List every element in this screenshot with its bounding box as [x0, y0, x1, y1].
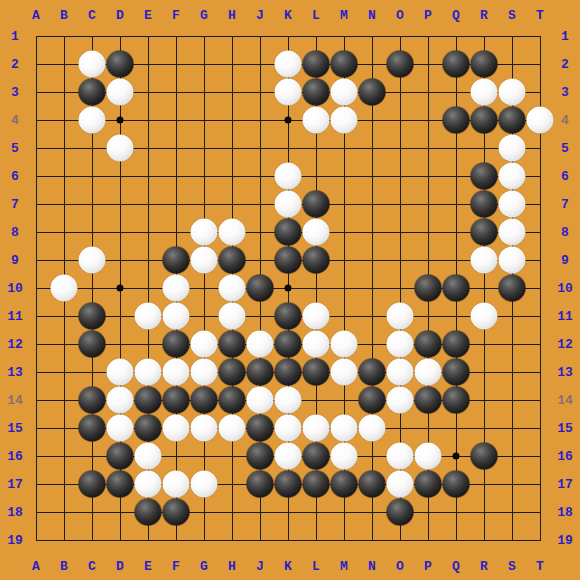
col-label-top-F: F — [172, 9, 180, 22]
stone-white-J14 — [247, 387, 274, 414]
stone-white-M16 — [331, 443, 358, 470]
stone-black-H9 — [219, 247, 246, 274]
stone-black-P10 — [415, 275, 442, 302]
col-label-top-Q: Q — [452, 9, 460, 22]
row-label-right-16: 16 — [557, 450, 573, 463]
stone-black-H13 — [219, 359, 246, 386]
col-label-bottom-D: D — [116, 560, 124, 573]
row-label-left-6: 6 — [11, 170, 19, 183]
row-label-left-14: 14 — [7, 394, 23, 407]
stone-white-K14 — [275, 387, 302, 414]
stone-black-R4 — [471, 107, 498, 134]
stone-white-M13 — [331, 359, 358, 386]
col-label-top-O: O — [396, 9, 404, 22]
stone-black-L17 — [303, 471, 330, 498]
row-label-left-5: 5 — [11, 142, 19, 155]
row-label-right-4: 4 — [561, 114, 569, 127]
star-point — [117, 285, 124, 292]
row-label-right-9: 9 — [561, 254, 569, 267]
stone-white-G12 — [191, 331, 218, 358]
star-point — [117, 117, 124, 124]
stone-white-E13 — [135, 359, 162, 386]
stone-white-N15 — [359, 415, 386, 442]
stone-white-L4 — [303, 107, 330, 134]
stone-white-O12 — [387, 331, 414, 358]
stone-black-F12 — [163, 331, 190, 358]
row-label-left-8: 8 — [11, 226, 19, 239]
stone-black-J17 — [247, 471, 274, 498]
stone-black-P17 — [415, 471, 442, 498]
stone-white-D14 — [107, 387, 134, 414]
stone-black-K8 — [275, 219, 302, 246]
stone-black-N17 — [359, 471, 386, 498]
row-label-right-8: 8 — [561, 226, 569, 239]
stone-black-K17 — [275, 471, 302, 498]
row-label-left-16: 16 — [7, 450, 23, 463]
row-label-left-10: 10 — [7, 282, 23, 295]
col-label-bottom-T: T — [536, 560, 544, 573]
stone-white-P16 — [415, 443, 442, 470]
stone-black-O18 — [387, 499, 414, 526]
grid-line-h — [36, 540, 541, 541]
row-label-right-14: 14 — [557, 394, 573, 407]
stone-white-R3 — [471, 79, 498, 106]
row-label-left-11: 11 — [7, 310, 23, 323]
stone-white-O14 — [387, 387, 414, 414]
stone-black-Q12 — [443, 331, 470, 358]
stone-black-H12 — [219, 331, 246, 358]
stone-black-Q4 — [443, 107, 470, 134]
stone-white-K6 — [275, 163, 302, 190]
row-label-left-4: 4 — [11, 114, 19, 127]
stone-white-S9 — [499, 247, 526, 274]
col-label-top-P: P — [424, 9, 432, 22]
col-label-bottom-L: L — [312, 560, 320, 573]
stone-black-C3 — [79, 79, 106, 106]
col-label-bottom-B: B — [60, 560, 68, 573]
row-label-right-19: 19 — [557, 534, 573, 547]
stone-black-L13 — [303, 359, 330, 386]
col-label-bottom-M: M — [340, 560, 348, 573]
stone-white-M4 — [331, 107, 358, 134]
col-label-top-S: S — [508, 9, 516, 22]
col-label-bottom-S: S — [508, 560, 516, 573]
stone-white-C4 — [79, 107, 106, 134]
stone-white-G13 — [191, 359, 218, 386]
stone-white-S3 — [499, 79, 526, 106]
grid-line-v — [372, 36, 373, 541]
row-label-right-10: 10 — [557, 282, 573, 295]
stone-black-N3 — [359, 79, 386, 106]
col-label-bottom-F: F — [172, 560, 180, 573]
stone-black-Q2 — [443, 51, 470, 78]
row-label-right-6: 6 — [561, 170, 569, 183]
stone-black-J16 — [247, 443, 274, 470]
row-label-left-12: 12 — [7, 338, 23, 351]
row-label-left-1: 1 — [11, 30, 19, 43]
row-label-right-17: 17 — [557, 478, 573, 491]
col-label-top-G: G — [200, 9, 208, 22]
col-label-bottom-C: C — [88, 560, 96, 573]
star-point — [285, 285, 292, 292]
col-label-top-H: H — [228, 9, 236, 22]
stone-black-D17 — [107, 471, 134, 498]
stone-black-O2 — [387, 51, 414, 78]
col-label-top-N: N — [368, 9, 376, 22]
row-label-right-12: 12 — [557, 338, 573, 351]
stone-white-G8 — [191, 219, 218, 246]
col-label-top-J: J — [256, 9, 264, 22]
row-label-left-7: 7 — [11, 198, 19, 211]
stone-black-C15 — [79, 415, 106, 442]
stone-white-D5 — [107, 135, 134, 162]
stone-black-P12 — [415, 331, 442, 358]
stone-black-L3 — [303, 79, 330, 106]
stone-white-D3 — [107, 79, 134, 106]
stone-black-R2 — [471, 51, 498, 78]
stone-black-Q17 — [443, 471, 470, 498]
stone-white-G17 — [191, 471, 218, 498]
stone-black-N13 — [359, 359, 386, 386]
stone-black-R6 — [471, 163, 498, 190]
col-label-bottom-A: A — [32, 560, 40, 573]
stone-white-C2 — [79, 51, 106, 78]
stone-black-S4 — [499, 107, 526, 134]
row-label-right-2: 2 — [561, 58, 569, 71]
stone-black-S10 — [499, 275, 526, 302]
row-label-right-11: 11 — [557, 310, 573, 323]
row-label-right-3: 3 — [561, 86, 569, 99]
row-label-left-19: 19 — [7, 534, 23, 547]
col-label-bottom-H: H — [228, 560, 236, 573]
row-label-left-18: 18 — [7, 506, 23, 519]
row-label-right-15: 15 — [557, 422, 573, 435]
col-label-bottom-E: E — [144, 560, 152, 573]
stone-white-E17 — [135, 471, 162, 498]
stone-white-O13 — [387, 359, 414, 386]
row-label-right-1: 1 — [561, 30, 569, 43]
stone-white-K16 — [275, 443, 302, 470]
star-point — [285, 117, 292, 124]
stone-black-K11 — [275, 303, 302, 330]
stone-white-O17 — [387, 471, 414, 498]
stone-white-D15 — [107, 415, 134, 442]
col-label-bottom-J: J — [256, 560, 264, 573]
stone-white-O11 — [387, 303, 414, 330]
stone-black-J13 — [247, 359, 274, 386]
stone-black-R7 — [471, 191, 498, 218]
stone-white-O16 — [387, 443, 414, 470]
col-label-top-M: M — [340, 9, 348, 22]
stone-white-R9 — [471, 247, 498, 274]
row-label-right-7: 7 — [561, 198, 569, 211]
stone-white-E16 — [135, 443, 162, 470]
stone-white-H15 — [219, 415, 246, 442]
stone-black-D16 — [107, 443, 134, 470]
stone-black-C14 — [79, 387, 106, 414]
stone-white-F10 — [163, 275, 190, 302]
stone-white-F17 — [163, 471, 190, 498]
col-label-bottom-Q: Q — [452, 560, 460, 573]
stone-white-D13 — [107, 359, 134, 386]
col-label-bottom-O: O — [396, 560, 404, 573]
stone-black-J10 — [247, 275, 274, 302]
stone-white-K3 — [275, 79, 302, 106]
stone-white-M3 — [331, 79, 358, 106]
row-label-right-5: 5 — [561, 142, 569, 155]
stone-white-F13 — [163, 359, 190, 386]
stone-black-G14 — [191, 387, 218, 414]
stone-white-S6 — [499, 163, 526, 190]
stone-black-R8 — [471, 219, 498, 246]
col-label-top-R: R — [480, 9, 488, 22]
stone-black-K9 — [275, 247, 302, 274]
go-board[interactable]: ABCDEFGHJKLMNOPQRST ABCDEFGHJKLMNOPQRST … — [0, 0, 580, 580]
stone-white-K7 — [275, 191, 302, 218]
stone-black-M2 — [331, 51, 358, 78]
stone-black-K13 — [275, 359, 302, 386]
star-point — [453, 453, 460, 460]
stone-black-F14 — [163, 387, 190, 414]
col-label-top-B: B — [60, 9, 68, 22]
stone-white-K2 — [275, 51, 302, 78]
stone-white-M15 — [331, 415, 358, 442]
stone-white-L15 — [303, 415, 330, 442]
row-label-left-13: 13 — [7, 366, 23, 379]
stone-white-L12 — [303, 331, 330, 358]
stone-white-L8 — [303, 219, 330, 246]
col-label-bottom-K: K — [284, 560, 292, 573]
stone-white-S8 — [499, 219, 526, 246]
col-label-top-C: C — [88, 9, 96, 22]
stone-black-E15 — [135, 415, 162, 442]
stone-black-Q14 — [443, 387, 470, 414]
stone-white-S5 — [499, 135, 526, 162]
stone-black-Q13 — [443, 359, 470, 386]
stone-black-N14 — [359, 387, 386, 414]
stone-black-J15 — [247, 415, 274, 442]
stone-black-R16 — [471, 443, 498, 470]
stone-white-G9 — [191, 247, 218, 274]
stone-black-L7 — [303, 191, 330, 218]
col-label-bottom-N: N — [368, 560, 376, 573]
col-label-bottom-R: R — [480, 560, 488, 573]
stone-black-L9 — [303, 247, 330, 274]
stone-black-E18 — [135, 499, 162, 526]
stone-black-C12 — [79, 331, 106, 358]
stone-black-K12 — [275, 331, 302, 358]
stone-white-M12 — [331, 331, 358, 358]
stone-white-R11 — [471, 303, 498, 330]
stone-white-C9 — [79, 247, 106, 274]
stone-white-K15 — [275, 415, 302, 442]
col-label-top-T: T — [536, 9, 544, 22]
stone-black-M17 — [331, 471, 358, 498]
col-label-top-A: A — [32, 9, 40, 22]
stone-black-F9 — [163, 247, 190, 274]
stone-black-C11 — [79, 303, 106, 330]
row-label-right-18: 18 — [557, 506, 573, 519]
col-label-top-K: K — [284, 9, 292, 22]
grid-line-h — [36, 512, 541, 513]
stone-white-E11 — [135, 303, 162, 330]
stone-white-B10 — [51, 275, 78, 302]
stone-white-H10 — [219, 275, 246, 302]
row-label-left-3: 3 — [11, 86, 19, 99]
stone-white-P13 — [415, 359, 442, 386]
col-label-top-E: E — [144, 9, 152, 22]
col-label-top-L: L — [312, 9, 320, 22]
stone-black-H14 — [219, 387, 246, 414]
col-label-top-D: D — [116, 9, 124, 22]
col-label-bottom-G: G — [200, 560, 208, 573]
stone-white-T4 — [527, 107, 554, 134]
stone-white-H8 — [219, 219, 246, 246]
stone-white-H11 — [219, 303, 246, 330]
row-label-left-17: 17 — [7, 478, 23, 491]
stone-black-F18 — [163, 499, 190, 526]
row-label-left-2: 2 — [11, 58, 19, 71]
stone-white-F15 — [163, 415, 190, 442]
stone-black-Q10 — [443, 275, 470, 302]
row-label-left-9: 9 — [11, 254, 19, 267]
row-label-right-13: 13 — [557, 366, 573, 379]
stone-white-F11 — [163, 303, 190, 330]
stone-black-L2 — [303, 51, 330, 78]
row-label-left-15: 15 — [7, 422, 23, 435]
stone-black-L16 — [303, 443, 330, 470]
stone-white-J12 — [247, 331, 274, 358]
stone-white-S7 — [499, 191, 526, 218]
stone-black-C17 — [79, 471, 106, 498]
stone-black-E14 — [135, 387, 162, 414]
stone-black-D2 — [107, 51, 134, 78]
stone-black-P14 — [415, 387, 442, 414]
stone-white-G15 — [191, 415, 218, 442]
stone-white-L11 — [303, 303, 330, 330]
col-label-bottom-P: P — [424, 560, 432, 573]
